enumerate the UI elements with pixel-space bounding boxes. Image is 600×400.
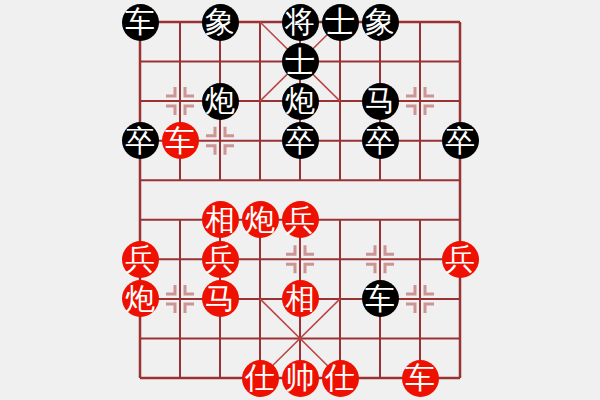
black-elephant[interactable]: 象 (362, 4, 399, 41)
black-advisor[interactable]: 士 (282, 43, 319, 80)
red-soldier[interactable]: 兵 (282, 201, 319, 238)
black-cannon[interactable]: 炮 (282, 83, 319, 120)
red-chariot[interactable]: 车 (162, 122, 199, 159)
red-general[interactable]: 帅 (282, 360, 319, 397)
black-elephant[interactable]: 象 (202, 4, 239, 41)
black-soldier[interactable]: 卒 (442, 122, 479, 159)
red-soldier[interactable]: 兵 (122, 241, 159, 278)
xiangqi-board[interactable]: 车象将士象士炮炮马卒卒卒卒车车相炮兵兵兵兵炮马相仕帅仕车 (0, 0, 600, 400)
red-soldier[interactable]: 兵 (202, 241, 239, 278)
red-elephant[interactable]: 相 (282, 280, 319, 317)
red-advisor[interactable]: 仕 (242, 360, 279, 397)
black-chariot[interactable]: 车 (362, 280, 399, 317)
red-advisor[interactable]: 仕 (322, 360, 359, 397)
red-cannon[interactable]: 炮 (122, 280, 159, 317)
red-elephant[interactable]: 相 (202, 201, 239, 238)
black-chariot[interactable]: 车 (122, 4, 159, 41)
red-chariot[interactable]: 车 (402, 360, 439, 397)
black-horse[interactable]: 马 (362, 83, 399, 120)
black-soldier[interactable]: 卒 (282, 122, 319, 159)
black-cannon[interactable]: 炮 (202, 83, 239, 120)
black-advisor[interactable]: 士 (322, 4, 359, 41)
black-soldier[interactable]: 卒 (122, 122, 159, 159)
black-general[interactable]: 将 (282, 4, 319, 41)
piece-layer: 车象将士象士炮炮马卒卒卒卒车车相炮兵兵兵兵炮马相仕帅仕车 (0, 0, 600, 400)
red-cannon[interactable]: 炮 (242, 201, 279, 238)
black-soldier[interactable]: 卒 (362, 122, 399, 159)
red-horse[interactable]: 马 (202, 280, 239, 317)
red-soldier[interactable]: 兵 (442, 241, 479, 278)
